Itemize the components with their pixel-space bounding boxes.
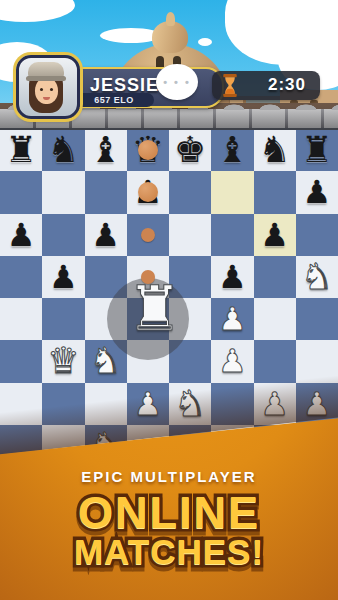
square-h6[interactable]	[296, 214, 338, 256]
chess-app-screen: JESSIE 657 ELO • • • 2:30 ♜♞♝♛♚♝♞♜♟♟♟♟♟♟…	[0, 0, 338, 600]
promo-headline-matches: MATCHES! MATCHES!	[0, 532, 338, 572]
piece-white-knight-h5[interactable]: ♞	[296, 256, 338, 298]
piece-black-rook-h8[interactable]: ♜	[296, 129, 338, 171]
piece-black-pawn-f5[interactable]: ♟	[211, 256, 253, 298]
clock-time: 2:30	[268, 75, 306, 95]
piece-black-pawn-a6[interactable]: ♟	[0, 214, 42, 256]
square-g7[interactable]	[254, 171, 296, 213]
timer-panel: 2:30	[212, 71, 320, 100]
square-e6[interactable]	[169, 214, 211, 256]
square-g5[interactable]	[254, 256, 296, 298]
piece-white-rook-d4[interactable]: ♜	[127, 278, 169, 340]
piece-black-pawn-h7[interactable]: ♟	[296, 171, 338, 213]
chat-bubble-icon[interactable]: • • •	[156, 64, 198, 100]
piece-black-king-e8[interactable]: ♚	[169, 129, 211, 171]
piece-black-rook-a8[interactable]: ♜	[0, 129, 42, 171]
square-a7[interactable]	[0, 171, 42, 213]
piece-black-pawn-g6[interactable]: ♟	[254, 214, 296, 256]
piece-black-knight-b8[interactable]: ♞	[42, 129, 84, 171]
square-f7[interactable]	[211, 171, 253, 213]
square-a5[interactable]	[0, 256, 42, 298]
piece-black-pawn-b5[interactable]: ♟	[42, 256, 84, 298]
piece-white-pawn-f4[interactable]: ♟	[211, 298, 253, 340]
capture-target-dot-d8[interactable]	[138, 140, 158, 160]
avatar[interactable]	[16, 55, 80, 119]
avatar-eye	[50, 88, 53, 91]
square-c7[interactable]	[85, 171, 127, 213]
square-g4[interactable]	[254, 298, 296, 340]
avatar-eye	[40, 88, 43, 91]
piece-black-bishop-f8[interactable]: ♝	[211, 129, 253, 171]
square-b6[interactable]	[42, 214, 84, 256]
avatar-cap-brim	[26, 76, 66, 81]
square-a4[interactable]	[0, 298, 42, 340]
square-h4[interactable]	[296, 298, 338, 340]
square-b4[interactable]	[42, 298, 84, 340]
player-elo-badge: 657 ELO	[74, 93, 154, 107]
piece-black-knight-g8[interactable]: ♞	[254, 129, 296, 171]
piece-white-pawn-f3[interactable]: ♟	[211, 340, 253, 382]
promo-headline-fill: ONLINE	[78, 487, 260, 538]
move-dot-d6[interactable]	[141, 228, 155, 242]
piece-black-bishop-c8[interactable]: ♝	[85, 129, 127, 171]
piece-black-pawn-c6[interactable]: ♟	[85, 214, 127, 256]
cloud	[0, 0, 75, 22]
promo-kicker-text: EPIC MULTIPLAYER	[0, 468, 338, 485]
square-b7[interactable]	[42, 171, 84, 213]
piece-white-queen-b3[interactable]: ♛	[42, 340, 84, 382]
cloud	[198, 38, 212, 46]
square-g3[interactable]	[254, 340, 296, 382]
square-e7[interactable]	[169, 171, 211, 213]
chat-typing-dots: • • •	[163, 76, 191, 88]
temple-dome-tip	[166, 12, 175, 26]
piece-white-knight-c3[interactable]: ♞	[85, 340, 127, 382]
square-f6[interactable]	[211, 214, 253, 256]
square-a3[interactable]	[0, 340, 42, 382]
hourglass-icon	[222, 74, 238, 97]
promo-headline-fill: MATCHES!	[74, 532, 264, 571]
